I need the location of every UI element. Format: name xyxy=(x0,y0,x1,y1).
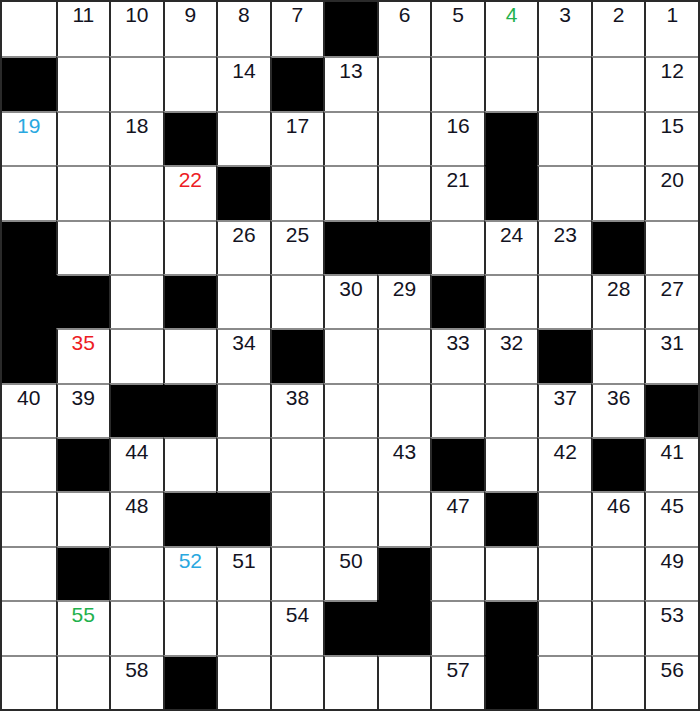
answer-cell-r7-c8[interactable] xyxy=(377,328,431,382)
answer-cell-r7-c2[interactable]: 35 xyxy=(56,328,110,382)
answer-cell-r9-c7[interactable] xyxy=(323,437,377,491)
answer-cell-r11-c3[interactable] xyxy=(109,546,163,600)
answer-cell-r1-c6[interactable]: 7 xyxy=(270,2,324,56)
black-cell-r7-c1 xyxy=(2,328,56,382)
clue-number-44: 44 xyxy=(125,439,148,463)
answer-cell-r2-c2[interactable] xyxy=(56,56,110,110)
answer-cell-r4-c2[interactable] xyxy=(56,165,110,219)
clue-number-49: 49 xyxy=(661,548,684,572)
clue-number-19: 19 xyxy=(17,113,40,137)
clue-number-47: 47 xyxy=(446,493,469,517)
black-cell-r5-c7 xyxy=(323,220,377,274)
clue-number-34: 34 xyxy=(232,330,255,354)
answer-cell-r2-c12[interactable] xyxy=(591,56,645,110)
answer-cell-r13-c9[interactable]: 57 xyxy=(430,655,484,709)
clue-number-37: 37 xyxy=(553,385,576,409)
answer-cell-r4-c12[interactable] xyxy=(591,165,645,219)
answer-cell-r11-c13[interactable]: 49 xyxy=(644,546,698,600)
clue-number-15: 15 xyxy=(661,113,684,137)
answer-cell-r11-c4[interactable]: 52 xyxy=(163,546,217,600)
clue-number-31: 31 xyxy=(661,330,684,354)
answer-cell-r13-c12[interactable] xyxy=(591,655,645,709)
answer-cell-r9-c8[interactable]: 43 xyxy=(377,437,431,491)
crossword-grid: 1110987654321141312191817161522212026252… xyxy=(0,0,700,711)
black-cell-r9-c2 xyxy=(56,437,110,491)
clue-number-4: 4 xyxy=(506,2,518,26)
answer-cell-r12-c9[interactable] xyxy=(430,600,484,654)
clue-number-41: 41 xyxy=(661,439,684,463)
clue-number-36: 36 xyxy=(607,385,630,409)
clue-number-29: 29 xyxy=(393,276,416,300)
answer-cell-r3-c8[interactable] xyxy=(377,111,431,165)
black-cell-r10-c10 xyxy=(484,491,538,545)
answer-cell-r1-c4[interactable]: 9 xyxy=(163,2,217,56)
answer-cell-r13-c13[interactable]: 56 xyxy=(644,655,698,709)
black-cell-r4-c10 xyxy=(484,165,538,219)
answer-cell-r8-c8[interactable] xyxy=(377,383,431,437)
black-cell-r1-c7 xyxy=(323,2,377,56)
clue-number-10: 10 xyxy=(125,2,148,26)
black-cell-r6-c1 xyxy=(2,274,56,328)
answer-cell-r5-c5[interactable]: 26 xyxy=(216,220,270,274)
answer-cell-r1-c3[interactable]: 10 xyxy=(109,2,163,56)
black-cell-r8-c4 xyxy=(163,383,217,437)
clue-number-43: 43 xyxy=(393,439,416,463)
answer-cell-r11-c12[interactable] xyxy=(591,546,645,600)
answer-cell-r1-c5[interactable]: 8 xyxy=(216,2,270,56)
clue-number-8: 8 xyxy=(238,2,250,26)
answer-cell-r11-c9[interactable] xyxy=(430,546,484,600)
answer-cell-r6-c5[interactable] xyxy=(216,274,270,328)
clue-number-12: 12 xyxy=(661,58,684,82)
answer-cell-r3-c1[interactable]: 19 xyxy=(2,111,56,165)
answer-cell-r10-c11[interactable] xyxy=(537,491,591,545)
clue-number-11: 11 xyxy=(72,2,94,26)
answer-cell-r8-c9[interactable] xyxy=(430,383,484,437)
answer-cell-r4-c6[interactable] xyxy=(270,165,324,219)
black-cell-r10-c5 xyxy=(216,491,270,545)
clue-number-56: 56 xyxy=(661,657,684,681)
answer-cell-r6-c12[interactable]: 28 xyxy=(591,274,645,328)
clue-number-48: 48 xyxy=(125,493,148,517)
answer-cell-r5-c13[interactable] xyxy=(644,220,698,274)
answer-cell-r7-c3[interactable] xyxy=(109,328,163,382)
clue-number-54: 54 xyxy=(286,602,309,626)
answer-cell-r1-c1[interactable] xyxy=(2,2,56,56)
answer-cell-r6-c8[interactable]: 29 xyxy=(377,274,431,328)
answer-cell-r9-c11[interactable]: 42 xyxy=(537,437,591,491)
clue-number-9: 9 xyxy=(185,2,197,26)
clue-number-57: 57 xyxy=(446,657,469,681)
answer-cell-r7-c10[interactable]: 32 xyxy=(484,328,538,382)
answer-cell-r10-c3[interactable]: 48 xyxy=(109,491,163,545)
clue-number-32: 32 xyxy=(500,330,523,354)
answer-cell-r2-c7[interactable]: 13 xyxy=(323,56,377,110)
black-cell-r2-c1 xyxy=(2,56,56,110)
answer-cell-r12-c12[interactable] xyxy=(591,600,645,654)
answer-cell-r2-c4[interactable] xyxy=(163,56,217,110)
answer-cell-r8-c10[interactable] xyxy=(484,383,538,437)
answer-cell-r12-c5[interactable] xyxy=(216,600,270,654)
clue-number-18: 18 xyxy=(125,113,148,137)
black-cell-r8-c3 xyxy=(109,383,163,437)
answer-cell-r11-c5[interactable]: 51 xyxy=(216,546,270,600)
black-cell-r5-c8 xyxy=(377,220,431,274)
answer-cell-r12-c11[interactable] xyxy=(537,600,591,654)
answer-cell-r10-c9[interactable]: 47 xyxy=(430,491,484,545)
answer-cell-r10-c1[interactable] xyxy=(2,491,56,545)
answer-cell-r5-c2[interactable] xyxy=(56,220,110,274)
black-cell-r6-c2 xyxy=(56,274,110,328)
answer-cell-r12-c3[interactable] xyxy=(109,600,163,654)
black-cell-r13-c10 xyxy=(484,655,538,709)
answer-cell-r9-c5[interactable] xyxy=(216,437,270,491)
answer-cell-r8-c7[interactable] xyxy=(323,383,377,437)
answer-cell-r5-c3[interactable] xyxy=(109,220,163,274)
black-cell-r12-c7 xyxy=(323,600,377,654)
answer-cell-r1-c8[interactable]: 6 xyxy=(377,2,431,56)
clue-number-35: 35 xyxy=(72,330,95,354)
answer-cell-r12-c13[interactable]: 53 xyxy=(644,600,698,654)
answer-cell-r5-c4[interactable] xyxy=(163,220,217,274)
answer-cell-r2-c8[interactable] xyxy=(377,56,431,110)
answer-cell-r1-c12[interactable]: 2 xyxy=(591,2,645,56)
black-cell-r12-c8 xyxy=(377,600,431,654)
answer-cell-r1-c2[interactable]: 11 xyxy=(56,2,110,56)
answer-cell-r3-c12[interactable] xyxy=(591,111,645,165)
answer-cell-r4-c3[interactable] xyxy=(109,165,163,219)
clue-number-17: 17 xyxy=(286,113,309,137)
answer-cell-r4-c4[interactable]: 22 xyxy=(163,165,217,219)
answer-cell-r9-c3[interactable]: 44 xyxy=(109,437,163,491)
clue-number-33: 33 xyxy=(446,330,469,354)
clue-number-16: 16 xyxy=(446,113,469,137)
answer-cell-r7-c5[interactable]: 34 xyxy=(216,328,270,382)
answer-cell-r1-c10[interactable]: 4 xyxy=(484,2,538,56)
answer-cell-r5-c6[interactable]: 25 xyxy=(270,220,324,274)
clue-number-42: 42 xyxy=(553,439,576,463)
clue-number-14: 14 xyxy=(232,58,255,82)
clue-number-30: 30 xyxy=(339,276,362,300)
answer-cell-r13-c1[interactable] xyxy=(2,655,56,709)
answer-cell-r6-c10[interactable] xyxy=(484,274,538,328)
clue-number-58: 58 xyxy=(125,657,148,681)
black-cell-r11-c8 xyxy=(377,546,431,600)
black-cell-r13-c4 xyxy=(163,655,217,709)
answer-cell-r2-c11[interactable] xyxy=(537,56,591,110)
answer-cell-r6-c7[interactable]: 30 xyxy=(323,274,377,328)
answer-cell-r10-c6[interactable] xyxy=(270,491,324,545)
black-cell-r7-c6 xyxy=(270,328,324,382)
answer-cell-r5-c11[interactable]: 23 xyxy=(537,220,591,274)
clue-number-5: 5 xyxy=(452,2,464,26)
answer-cell-r12-c4[interactable] xyxy=(163,600,217,654)
answer-cell-r10-c13[interactable]: 45 xyxy=(644,491,698,545)
clue-number-1: 1 xyxy=(666,2,678,26)
answer-cell-r4-c9[interactable]: 21 xyxy=(430,165,484,219)
answer-cell-r11-c11[interactable] xyxy=(537,546,591,600)
answer-cell-r8-c12[interactable]: 36 xyxy=(591,383,645,437)
clue-number-28: 28 xyxy=(607,276,630,300)
clue-number-25: 25 xyxy=(286,222,309,246)
answer-cell-r13-c2[interactable] xyxy=(56,655,110,709)
answer-cell-r1-c11[interactable]: 3 xyxy=(537,2,591,56)
answer-cell-r12-c6[interactable]: 54 xyxy=(270,600,324,654)
answer-cell-r2-c9[interactable] xyxy=(430,56,484,110)
clue-number-55: 55 xyxy=(72,602,95,626)
clue-number-45: 45 xyxy=(661,493,684,517)
black-cell-r11-c2 xyxy=(56,546,110,600)
answer-cell-r3-c3[interactable]: 18 xyxy=(109,111,163,165)
black-cell-r6-c9 xyxy=(430,274,484,328)
answer-cell-r5-c9[interactable] xyxy=(430,220,484,274)
answer-cell-r11-c1[interactable] xyxy=(2,546,56,600)
clue-number-39: 39 xyxy=(72,385,95,409)
answer-cell-r6-c13[interactable]: 27 xyxy=(644,274,698,328)
answer-cell-r3-c6[interactable]: 17 xyxy=(270,111,324,165)
answer-cell-r2-c10[interactable] xyxy=(484,56,538,110)
clue-number-51: 51 xyxy=(232,548,255,572)
black-cell-r5-c1 xyxy=(2,220,56,274)
clue-number-53: 53 xyxy=(661,602,684,626)
answer-cell-r11-c7[interactable]: 50 xyxy=(323,546,377,600)
answer-cell-r8-c1[interactable]: 40 xyxy=(2,383,56,437)
answer-cell-r10-c7[interactable] xyxy=(323,491,377,545)
answer-cell-r13-c6[interactable] xyxy=(270,655,324,709)
answer-cell-r7-c12[interactable] xyxy=(591,328,645,382)
answer-cell-r10-c2[interactable] xyxy=(56,491,110,545)
answer-cell-r3-c11[interactable] xyxy=(537,111,591,165)
clue-number-2: 2 xyxy=(613,2,625,26)
answer-cell-r13-c8[interactable] xyxy=(377,655,431,709)
answer-cell-r3-c5[interactable] xyxy=(216,111,270,165)
answer-cell-r1-c13[interactable]: 1 xyxy=(644,2,698,56)
clue-number-27: 27 xyxy=(661,276,684,300)
answer-cell-r7-c7[interactable] xyxy=(323,328,377,382)
answer-cell-r11-c6[interactable] xyxy=(270,546,324,600)
clue-number-3: 3 xyxy=(559,2,571,26)
answer-cell-r8-c2[interactable]: 39 xyxy=(56,383,110,437)
answer-cell-r6-c11[interactable] xyxy=(537,274,591,328)
answer-cell-r7-c9[interactable]: 33 xyxy=(430,328,484,382)
answer-cell-r12-c1[interactable] xyxy=(2,600,56,654)
answer-cell-r8-c6[interactable]: 38 xyxy=(270,383,324,437)
black-cell-r6-c4 xyxy=(163,274,217,328)
black-cell-r4-c5 xyxy=(216,165,270,219)
clue-number-52: 52 xyxy=(179,548,202,572)
answer-cell-r1-c9[interactable]: 5 xyxy=(430,2,484,56)
clue-number-20: 20 xyxy=(661,167,684,191)
answer-cell-r6-c6[interactable] xyxy=(270,274,324,328)
answer-cell-r13-c5[interactable] xyxy=(216,655,270,709)
answer-cell-r8-c5[interactable] xyxy=(216,383,270,437)
answer-cell-r2-c13[interactable]: 12 xyxy=(644,56,698,110)
answer-cell-r3-c2[interactable] xyxy=(56,111,110,165)
black-cell-r12-c10 xyxy=(484,600,538,654)
answer-cell-r4-c11[interactable] xyxy=(537,165,591,219)
clue-number-21: 21 xyxy=(446,167,469,191)
answer-cell-r2-c5[interactable]: 14 xyxy=(216,56,270,110)
black-cell-r8-c13 xyxy=(644,383,698,437)
answer-cell-r13-c7[interactable] xyxy=(323,655,377,709)
answer-cell-r4-c13[interactable]: 20 xyxy=(644,165,698,219)
crossword-page: 1110987654321141312191817161522212026252… xyxy=(0,0,700,711)
clue-number-26: 26 xyxy=(232,222,255,246)
black-cell-r3-c4 xyxy=(163,111,217,165)
black-cell-r9-c12 xyxy=(591,437,645,491)
answer-cell-r4-c8[interactable] xyxy=(377,165,431,219)
answer-cell-r10-c12[interactable]: 46 xyxy=(591,491,645,545)
black-cell-r10-c4 xyxy=(163,491,217,545)
answer-cell-r13-c11[interactable] xyxy=(537,655,591,709)
answer-cell-r9-c1[interactable] xyxy=(2,437,56,491)
answer-cell-r9-c4[interactable] xyxy=(163,437,217,491)
clue-number-40: 40 xyxy=(17,385,40,409)
clue-number-38: 38 xyxy=(286,385,309,409)
answer-cell-r4-c7[interactable] xyxy=(323,165,377,219)
answer-cell-r13-c3[interactable]: 58 xyxy=(109,655,163,709)
clue-number-24: 24 xyxy=(500,222,523,246)
answer-cell-r3-c7[interactable] xyxy=(323,111,377,165)
answer-cell-r12-c2[interactable]: 55 xyxy=(56,600,110,654)
clue-number-46: 46 xyxy=(607,493,630,517)
clue-number-22: 22 xyxy=(179,167,202,191)
answer-cell-r5-c10[interactable]: 24 xyxy=(484,220,538,274)
clue-number-13: 13 xyxy=(339,58,362,82)
black-cell-r2-c6 xyxy=(270,56,324,110)
answer-cell-r7-c13[interactable]: 31 xyxy=(644,328,698,382)
answer-cell-r3-c13[interactable]: 15 xyxy=(644,111,698,165)
answer-cell-r9-c13[interactable]: 41 xyxy=(644,437,698,491)
clue-number-23: 23 xyxy=(553,222,576,246)
clue-number-7: 7 xyxy=(292,2,304,26)
black-cell-r3-c10 xyxy=(484,111,538,165)
black-cell-r5-c12 xyxy=(591,220,645,274)
clue-number-50: 50 xyxy=(339,548,362,572)
answer-cell-r2-c3[interactable] xyxy=(109,56,163,110)
answer-cell-r9-c6[interactable] xyxy=(270,437,324,491)
black-cell-r7-c11 xyxy=(537,328,591,382)
answer-cell-r9-c10[interactable] xyxy=(484,437,538,491)
answer-cell-r11-c10[interactable] xyxy=(484,546,538,600)
answer-cell-r7-c4[interactable] xyxy=(163,328,217,382)
answer-cell-r8-c11[interactable]: 37 xyxy=(537,383,591,437)
answer-cell-r3-c9[interactable]: 16 xyxy=(430,111,484,165)
clue-number-6: 6 xyxy=(399,2,411,26)
answer-cell-r4-c1[interactable] xyxy=(2,165,56,219)
black-cell-r9-c9 xyxy=(430,437,484,491)
answer-cell-r6-c3[interactable] xyxy=(109,274,163,328)
answer-cell-r10-c8[interactable] xyxy=(377,491,431,545)
